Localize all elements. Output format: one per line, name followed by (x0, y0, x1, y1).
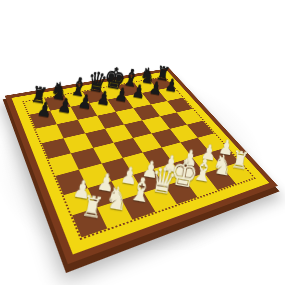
chess-set-photo: ♜♞♝♛♚♝♞♜♟♟♟♟♟♟♟♟♟♟♟♟♟♟♟♟♜♞♝♛♚♝♞♜ (0, 0, 285, 285)
piece-white-knight[interactable]: ♞ (103, 181, 131, 215)
piece-white-rook[interactable]: ♜ (79, 191, 105, 223)
board-projection: ♜♞♝♛♚♝♞♜♟♟♟♟♟♟♟♟♟♟♟♟♟♟♟♟♜♞♝♛♚♝♞♜ (10, 0, 255, 279)
piece-white-bishop[interactable]: ♝ (126, 172, 155, 208)
